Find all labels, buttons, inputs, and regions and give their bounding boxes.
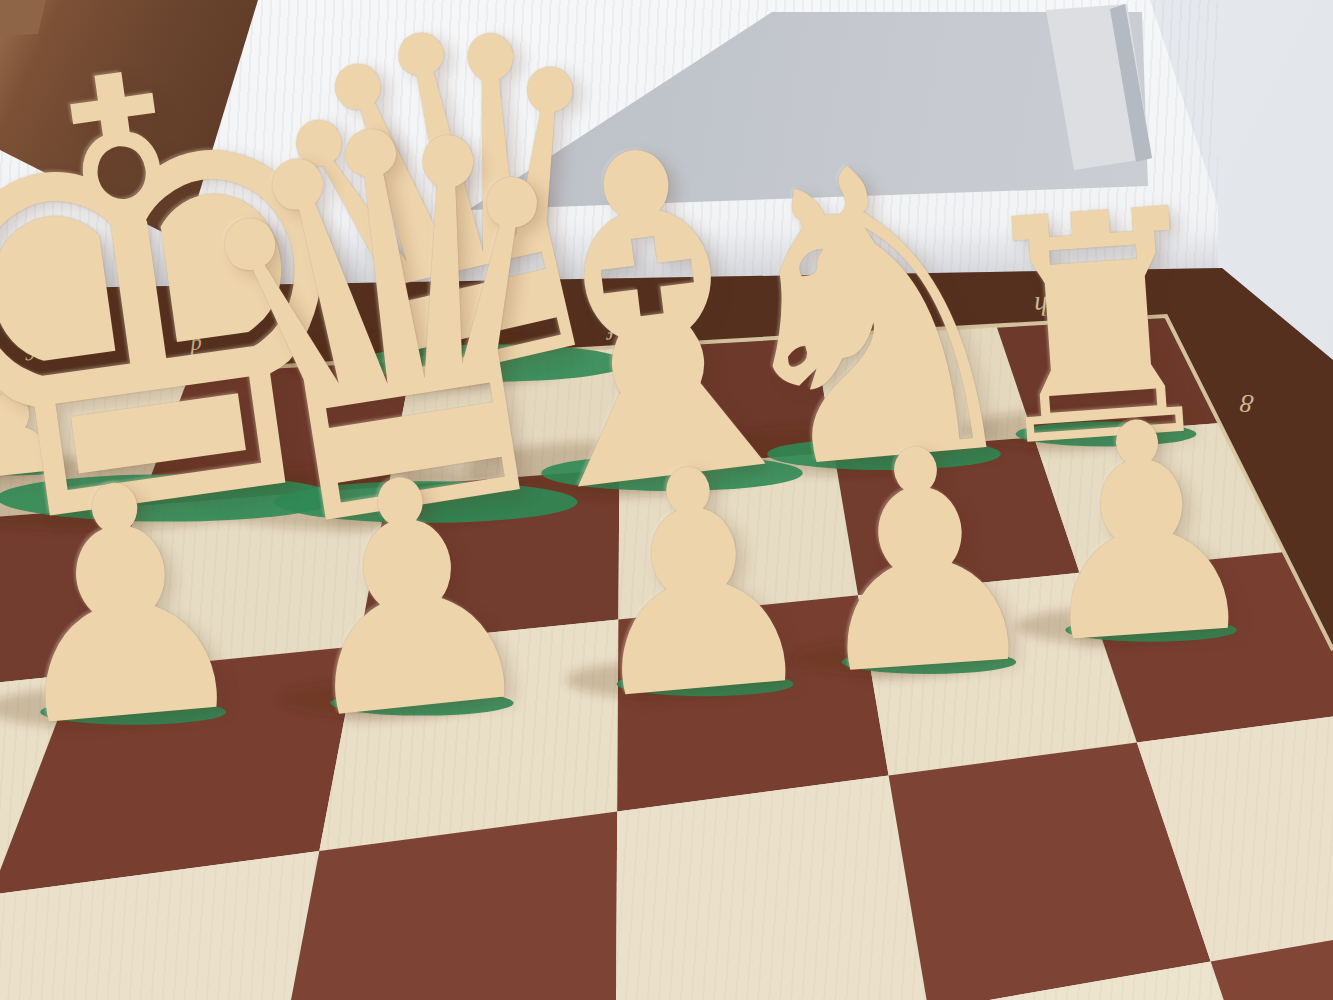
piece-white-pawn-f7: ♟ xyxy=(547,420,845,745)
piece-white-pawn-d7: ♟ xyxy=(0,434,280,776)
piece-white-pawn-e7: ♟ xyxy=(254,427,568,769)
photo-scene: cdefgh8 ♛♜♞♟♝♚♛♟♟♟♟♟ xyxy=(0,0,1333,1000)
chess-pieces: ♛♜♞♟♝♚♛♟♟♟♟♟ xyxy=(0,0,1333,1000)
